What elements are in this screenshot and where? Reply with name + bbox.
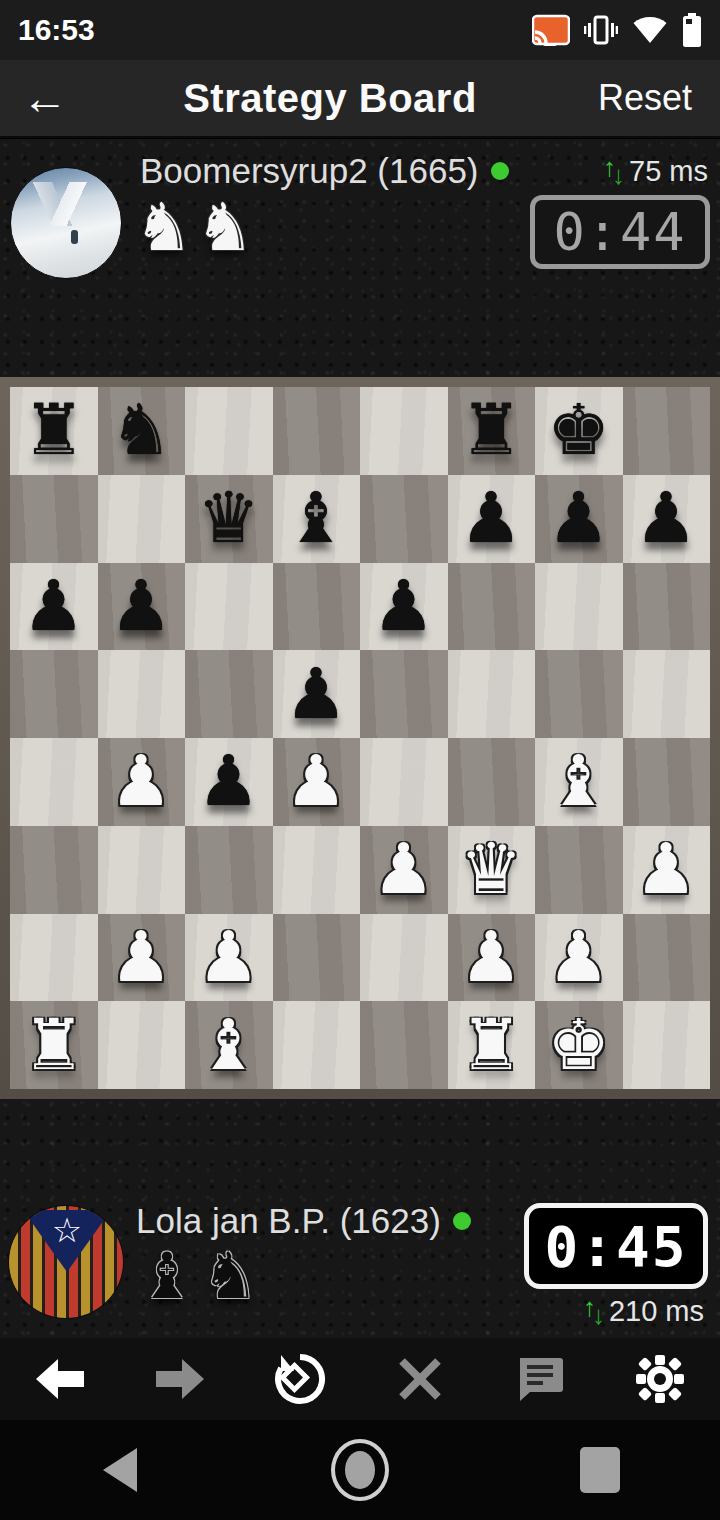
square-c4[interactable]: ♟ — [185, 738, 273, 826]
square-d5[interactable]: ♟ — [273, 650, 361, 738]
top-player-ping: ↑↓ 75 ms — [603, 155, 708, 188]
square-h1[interactable] — [623, 1001, 711, 1089]
bottom-player-clock: 0:45 — [524, 1203, 708, 1289]
vibrate-icon — [584, 14, 618, 46]
captured-wn: ♞ — [134, 189, 193, 266]
piece-bp-g7[interactable]: ♟ — [547, 475, 610, 562]
square-f3[interactable]: ♛ — [448, 826, 536, 914]
piece-wb-g4[interactable]: ♝ — [547, 738, 610, 825]
square-h5[interactable] — [623, 650, 711, 738]
ping-arrows-icon: ↑↓ — [603, 156, 621, 187]
piece-wr-f1[interactable]: ♜ — [460, 1002, 523, 1089]
top-player-avatar[interactable] — [10, 167, 122, 279]
square-a3[interactable] — [10, 826, 98, 914]
square-c1[interactable]: ♝ — [185, 1001, 273, 1089]
square-g1[interactable]: ♚ — [535, 1001, 623, 1089]
settings-icon — [635, 1354, 685, 1404]
nav-home-icon[interactable] — [331, 1439, 389, 1501]
piece-wb-c1[interactable]: ♝ — [197, 1002, 260, 1089]
close-button[interactable] — [380, 1344, 460, 1414]
bottom-captured-tray: ♝♞ — [138, 1239, 259, 1313]
status-bar: 16:53 — [0, 0, 720, 60]
square-a5[interactable] — [10, 650, 98, 738]
captured-wn: ♞ — [195, 189, 254, 266]
piece-br-a8[interactable]: ♜ — [22, 387, 85, 474]
square-c2[interactable]: ♟ — [185, 914, 273, 1002]
nav-recents-icon[interactable] — [580, 1447, 620, 1493]
square-g7[interactable]: ♟ — [535, 475, 623, 563]
square-a1[interactable]: ♜ — [10, 1001, 98, 1089]
piece-wp-g2[interactable]: ♟ — [547, 914, 610, 1001]
square-g2[interactable]: ♟ — [535, 914, 623, 1002]
square-c5[interactable] — [185, 650, 273, 738]
square-b2[interactable]: ♟ — [98, 914, 186, 1002]
chess-board-frame: ♜♞♜♚♛♝♟♟♟♟♟♟♟♟♟♟♝♟♛♟♟♟♟♟♜♝♜♚ — [0, 377, 720, 1099]
top-player-panel: Boomersyrup2 (1665) ↑↓ 75 ms ♞♞ 0:44 — [0, 138, 720, 377]
captured-bn: ♞ — [201, 1239, 258, 1313]
bottom-player-avatar[interactable]: ☆ — [8, 1205, 124, 1319]
settings-button[interactable] — [620, 1344, 700, 1414]
flag-triangle: ☆ — [23, 1210, 111, 1272]
square-e1[interactable] — [360, 1001, 448, 1089]
square-h7[interactable]: ♟ — [623, 475, 711, 563]
piece-bp-a6[interactable]: ♟ — [22, 563, 85, 650]
piece-wr-a1[interactable]: ♜ — [22, 1002, 85, 1089]
piece-wp-b2[interactable]: ♟ — [110, 914, 173, 1001]
piece-bn-b8[interactable]: ♞ — [110, 387, 173, 474]
square-a6[interactable]: ♟ — [10, 563, 98, 651]
square-f1[interactable]: ♜ — [448, 1001, 536, 1089]
square-e8[interactable] — [360, 387, 448, 475]
square-a8[interactable]: ♜ — [10, 387, 98, 475]
piece-wp-b4[interactable]: ♟ — [110, 738, 173, 825]
flip-board-icon — [274, 1353, 326, 1405]
square-g8[interactable]: ♚ — [535, 387, 623, 475]
square-h4[interactable] — [623, 738, 711, 826]
ping-arrows-icon: ↑↓ — [583, 1296, 601, 1327]
square-b4[interactable]: ♟ — [98, 738, 186, 826]
piece-wk-g1[interactable]: ♚ — [547, 1002, 610, 1089]
piece-wp-h3[interactable]: ♟ — [635, 826, 698, 913]
square-g3[interactable] — [535, 826, 623, 914]
game-toolbar — [0, 1338, 720, 1420]
piece-bp-e6[interactable]: ♟ — [372, 563, 435, 650]
square-b5[interactable] — [98, 650, 186, 738]
previous-move-button[interactable] — [20, 1344, 100, 1414]
piece-wp-f2[interactable]: ♟ — [460, 914, 523, 1001]
previous-move-icon — [34, 1357, 86, 1401]
piece-wp-d4[interactable]: ♟ — [285, 738, 348, 825]
bottom-ping-value: 210 ms — [609, 1295, 704, 1328]
chat-button[interactable] — [500, 1344, 580, 1414]
bottom-player-name-row: Lola jan B.P. (1623) — [136, 1201, 471, 1241]
top-ping-value: 75 ms — [629, 155, 708, 188]
bottom-player-name: Lola jan B.P. (1623) — [136, 1201, 441, 1241]
bottom-player-ping: ↑↓ 210 ms — [583, 1295, 704, 1328]
next-move-button[interactable] — [140, 1344, 220, 1414]
square-g5[interactable] — [535, 650, 623, 738]
wifi-icon — [632, 15, 668, 45]
top-online-indicator — [491, 162, 509, 180]
next-move-icon — [154, 1357, 206, 1401]
piece-bp-b6[interactable]: ♟ — [110, 563, 173, 650]
piece-wq-f3[interactable]: ♛ — [460, 826, 523, 913]
square-d1[interactable] — [273, 1001, 361, 1089]
square-c3[interactable] — [185, 826, 273, 914]
square-a2[interactable] — [10, 914, 98, 1002]
square-e3[interactable]: ♟ — [360, 826, 448, 914]
top-player-name: Boomersyrup2 (1665) — [140, 151, 479, 191]
square-g6[interactable] — [535, 563, 623, 651]
piece-bq-c7[interactable]: ♛ — [197, 475, 260, 562]
piece-bp-c4[interactable]: ♟ — [197, 738, 260, 825]
square-d8[interactable] — [273, 387, 361, 475]
bottom-online-indicator — [453, 1212, 471, 1230]
square-d4[interactable]: ♟ — [273, 738, 361, 826]
square-h2[interactable] — [623, 914, 711, 1002]
square-c6[interactable] — [185, 563, 273, 651]
square-f2[interactable]: ♟ — [448, 914, 536, 1002]
square-e5[interactable] — [360, 650, 448, 738]
flip-board-button[interactable] — [260, 1344, 340, 1414]
square-h3[interactable]: ♟ — [623, 826, 711, 914]
top-captured-tray: ♞♞ — [134, 189, 254, 266]
square-e2[interactable] — [360, 914, 448, 1002]
square-g4[interactable]: ♝ — [535, 738, 623, 826]
square-b6[interactable]: ♟ — [98, 563, 186, 651]
square-a4[interactable] — [10, 738, 98, 826]
piece-bp-h7[interactable]: ♟ — [635, 475, 698, 562]
square-f5[interactable] — [448, 650, 536, 738]
piece-br-f8[interactable]: ♜ — [460, 387, 523, 474]
square-h8[interactable] — [623, 387, 711, 475]
page-title: Strategy Board — [90, 76, 570, 121]
square-h6[interactable] — [623, 563, 711, 651]
square-c8[interactable] — [185, 387, 273, 475]
square-f7[interactable]: ♟ — [448, 475, 536, 563]
square-c7[interactable]: ♛ — [185, 475, 273, 563]
status-icons — [532, 13, 702, 47]
square-e4[interactable] — [360, 738, 448, 826]
top-player-name-row: Boomersyrup2 (1665) — [140, 151, 509, 191]
captured-bb: ♝ — [138, 1239, 195, 1313]
app-bar: ← Strategy Board Reset — [0, 60, 720, 138]
square-d6[interactable] — [273, 563, 361, 651]
square-b7[interactable] — [98, 475, 186, 563]
piece-bp-d5[interactable]: ♟ — [285, 651, 348, 738]
app-screen: 16:53 — [0, 0, 720, 1520]
square-a7[interactable] — [10, 475, 98, 563]
flag-star-icon: ☆ — [52, 1210, 82, 1250]
cast-icon — [532, 14, 570, 46]
square-d7[interactable]: ♝ — [273, 475, 361, 563]
square-d2[interactable] — [273, 914, 361, 1002]
clock-time: 16:53 — [18, 13, 95, 47]
piece-bk-g8[interactable]: ♚ — [547, 387, 610, 474]
reset-button[interactable]: Reset — [570, 77, 720, 119]
square-b3[interactable] — [98, 826, 186, 914]
chat-icon — [516, 1356, 564, 1402]
bottom-player-panel: ☆ Lola jan B.P. (1623) 0:45 ↑↓ 210 ms ♝♞ — [0, 1099, 720, 1338]
piece-wp-e3[interactable]: ♟ — [372, 826, 435, 913]
piece-bp-f7[interactable]: ♟ — [460, 475, 523, 562]
nav-back-icon[interactable] — [103, 1448, 137, 1492]
top-player-clock: 0:44 — [530, 195, 710, 269]
piece-bb-d7[interactable]: ♝ — [285, 475, 348, 562]
back-button[interactable]: ← — [0, 59, 90, 137]
square-d3[interactable] — [273, 826, 361, 914]
close-icon — [398, 1357, 442, 1401]
battery-icon — [682, 13, 702, 47]
nav-home-inner — [345, 1451, 375, 1489]
square-f4[interactable] — [448, 738, 536, 826]
square-f8[interactable]: ♜ — [448, 387, 536, 475]
square-b1[interactable] — [98, 1001, 186, 1089]
android-nav-bar — [0, 1420, 720, 1520]
piece-wp-c2[interactable]: ♟ — [197, 914, 260, 1001]
square-b8[interactable]: ♞ — [98, 387, 186, 475]
square-f6[interactable] — [448, 563, 536, 651]
square-e7[interactable] — [360, 475, 448, 563]
chess-board: ♜♞♜♚♛♝♟♟♟♟♟♟♟♟♟♟♝♟♛♟♟♟♟♟♜♝♜♚ — [10, 387, 710, 1089]
square-e6[interactable]: ♟ — [360, 563, 448, 651]
